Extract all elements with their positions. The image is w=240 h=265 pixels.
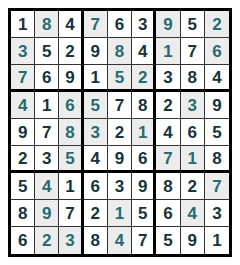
cell-r4c8[interactable]: 3 <box>181 92 205 119</box>
cell-r6c5[interactable]: 9 <box>108 146 132 173</box>
cell-r1c2[interactable]: 8 <box>35 11 59 38</box>
cell-r9c3[interactable]: 3 <box>59 227 83 254</box>
cell-r4c3[interactable]: 6 <box>59 92 83 119</box>
cell-r1c6[interactable]: 3 <box>132 11 156 38</box>
cell-r7c3[interactable]: 1 <box>59 173 83 200</box>
cell-r5c4[interactable]: 3 <box>84 119 108 146</box>
cell-r7c6[interactable]: 9 <box>132 173 156 200</box>
cell-r1c8[interactable]: 5 <box>181 11 205 38</box>
cell-r3c4[interactable]: 1 <box>84 65 108 92</box>
cell-r7c1[interactable]: 5 <box>11 173 35 200</box>
cell-r6c7[interactable]: 7 <box>156 146 180 173</box>
cell-r6c9[interactable]: 8 <box>205 146 229 173</box>
cell-r3c6[interactable]: 2 <box>132 65 156 92</box>
cell-r1c3[interactable]: 4 <box>59 11 83 38</box>
cell-r1c5[interactable]: 6 <box>108 11 132 38</box>
cell-r8c7[interactable]: 6 <box>156 200 180 227</box>
cell-r6c1[interactable]: 2 <box>11 146 35 173</box>
cell-r9c7[interactable]: 5 <box>156 227 180 254</box>
cell-r7c5[interactable]: 3 <box>108 173 132 200</box>
cell-r8c1[interactable]: 8 <box>11 200 35 227</box>
cell-r1c4[interactable]: 7 <box>84 11 108 38</box>
cell-r3c7[interactable]: 3 <box>156 65 180 92</box>
cell-r8c5[interactable]: 1 <box>108 200 132 227</box>
cell-r4c2[interactable]: 1 <box>35 92 59 119</box>
cell-r7c4[interactable]: 6 <box>84 173 108 200</box>
cell-r4c1[interactable]: 4 <box>11 92 35 119</box>
cell-r4c7[interactable]: 2 <box>156 92 180 119</box>
cell-r5c9[interactable]: 5 <box>205 119 229 146</box>
cell-r2c5[interactable]: 8 <box>108 38 132 65</box>
cell-r4c5[interactable]: 7 <box>108 92 132 119</box>
cell-r8c3[interactable]: 7 <box>59 200 83 227</box>
cell-r7c9[interactable]: 7 <box>205 173 229 200</box>
cell-r9c1[interactable]: 6 <box>11 227 35 254</box>
cell-r3c1[interactable]: 7 <box>11 65 35 92</box>
cell-r5c8[interactable]: 6 <box>181 119 205 146</box>
cell-r2c2[interactable]: 5 <box>35 38 59 65</box>
cell-r6c8[interactable]: 1 <box>181 146 205 173</box>
cell-r6c3[interactable]: 5 <box>59 146 83 173</box>
cell-r2c6[interactable]: 4 <box>132 38 156 65</box>
cell-r9c5[interactable]: 4 <box>108 227 132 254</box>
cell-r5c3[interactable]: 8 <box>59 119 83 146</box>
cell-r3c5[interactable]: 5 <box>108 65 132 92</box>
cell-r8c2[interactable]: 9 <box>35 200 59 227</box>
cell-r8c4[interactable]: 2 <box>84 200 108 227</box>
cell-r9c9[interactable]: 1 <box>205 227 229 254</box>
cell-r5c5[interactable]: 2 <box>108 119 132 146</box>
cell-r7c8[interactable]: 2 <box>181 173 205 200</box>
cell-r6c6[interactable]: 6 <box>132 146 156 173</box>
cell-r9c8[interactable]: 9 <box>181 227 205 254</box>
cell-r6c4[interactable]: 4 <box>84 146 108 173</box>
cell-r7c2[interactable]: 4 <box>35 173 59 200</box>
cell-r5c2[interactable]: 7 <box>35 119 59 146</box>
cell-r1c9[interactable]: 2 <box>205 11 229 38</box>
cell-r1c7[interactable]: 9 <box>156 11 180 38</box>
cell-r2c4[interactable]: 9 <box>84 38 108 65</box>
cell-r5c1[interactable]: 9 <box>11 119 35 146</box>
cell-r5c6[interactable]: 1 <box>132 119 156 146</box>
sudoku-board: 1847639523529841767691523844165782399783… <box>8 8 232 257</box>
cell-r1c1[interactable]: 1 <box>11 11 35 38</box>
cell-r4c4[interactable]: 5 <box>84 92 108 119</box>
cell-r8c6[interactable]: 5 <box>132 200 156 227</box>
cell-r2c3[interactable]: 2 <box>59 38 83 65</box>
cell-r7c7[interactable]: 8 <box>156 173 180 200</box>
cell-r5c7[interactable]: 4 <box>156 119 180 146</box>
sudoku-page: 1847639523529841767691523844165782399783… <box>0 0 240 265</box>
cell-r2c1[interactable]: 3 <box>11 38 35 65</box>
cell-r2c8[interactable]: 7 <box>181 38 205 65</box>
cell-r3c3[interactable]: 9 <box>59 65 83 92</box>
cell-r8c8[interactable]: 4 <box>181 200 205 227</box>
cell-r3c2[interactable]: 6 <box>35 65 59 92</box>
cell-r9c2[interactable]: 2 <box>35 227 59 254</box>
cell-r4c6[interactable]: 8 <box>132 92 156 119</box>
cell-r4c9[interactable]: 9 <box>205 92 229 119</box>
cell-r6c2[interactable]: 3 <box>35 146 59 173</box>
cell-r2c9[interactable]: 6 <box>205 38 229 65</box>
cell-r8c9[interactable]: 3 <box>205 200 229 227</box>
cell-r3c8[interactable]: 8 <box>181 65 205 92</box>
cell-r2c7[interactable]: 1 <box>156 38 180 65</box>
cell-r9c6[interactable]: 7 <box>132 227 156 254</box>
cell-r9c4[interactable]: 8 <box>84 227 108 254</box>
cell-r3c9[interactable]: 4 <box>205 65 229 92</box>
